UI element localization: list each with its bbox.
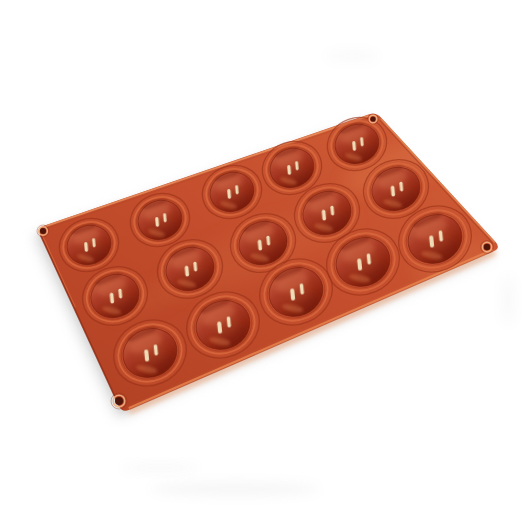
corner-hole [111,393,127,409]
photo-artifact [500,274,516,326]
photo-artifact [324,50,380,62]
hole-center [484,244,490,250]
corner-hole [481,241,494,254]
photo-artifact [150,482,320,496]
product-photo [0,0,529,529]
hole-center [370,116,375,121]
photo-stage [0,0,529,529]
hole-center [40,228,46,234]
hole-center [115,397,123,405]
photo-artifact [120,463,200,473]
corner-hole [368,114,378,124]
corner-hole [37,225,49,237]
